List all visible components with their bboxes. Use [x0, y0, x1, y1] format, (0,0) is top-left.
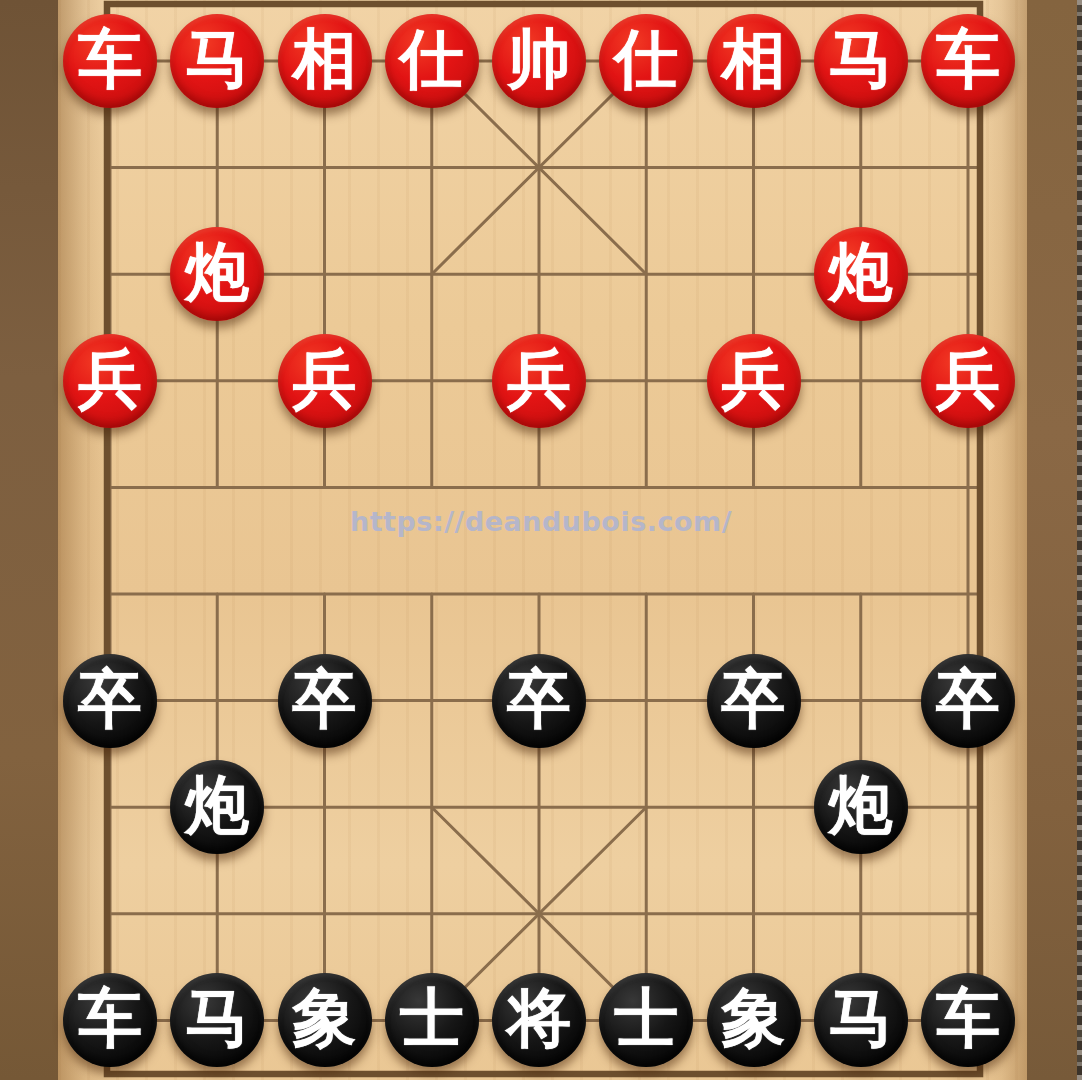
piece-red-soldier-a3[interactable]: 兵 — [63, 334, 157, 428]
piece-glyph: 车 — [78, 27, 142, 91]
piece-glyph: 相 — [293, 27, 357, 91]
piece-red-soldier-g3[interactable]: 兵 — [707, 334, 801, 428]
piece-black-general-e9[interactable]: 将 — [492, 973, 586, 1067]
piece-glyph: 士 — [400, 986, 464, 1050]
piece-glyph: 炮 — [185, 773, 249, 837]
piece-glyph: 士 — [614, 986, 678, 1050]
piece-black-soldier-a6[interactable]: 卒 — [63, 654, 157, 748]
piece-red-advisor-f0[interactable]: 仕 — [599, 14, 693, 108]
piece-glyph: 兵 — [507, 347, 571, 411]
piece-glyph: 兵 — [936, 347, 1000, 411]
piece-red-soldier-c3[interactable]: 兵 — [278, 334, 372, 428]
piece-black-horse-b9[interactable]: 马 — [170, 973, 264, 1067]
piece-glyph: 兵 — [722, 347, 786, 411]
piece-black-soldier-g6[interactable]: 卒 — [707, 654, 801, 748]
pieces-layer: 车马相仕帅仕相马车炮炮兵兵兵兵兵卒卒卒卒卒炮炮车马象士将士象马车 — [0, 0, 1082, 1080]
piece-glyph: 卒 — [936, 667, 1000, 731]
piece-black-horse-h9[interactable]: 马 — [814, 973, 908, 1067]
piece-glyph: 相 — [722, 27, 786, 91]
piece-glyph: 卒 — [78, 667, 142, 731]
piece-glyph: 兵 — [78, 347, 142, 411]
piece-glyph: 将 — [507, 986, 571, 1050]
piece-black-elephant-c9[interactable]: 象 — [278, 973, 372, 1067]
piece-glyph: 卒 — [722, 667, 786, 731]
piece-glyph: 炮 — [829, 240, 893, 304]
piece-black-elephant-g9[interactable]: 象 — [707, 973, 801, 1067]
piece-red-chariot-i0[interactable]: 车 — [921, 14, 1015, 108]
piece-black-cannon-b7[interactable]: 炮 — [170, 760, 264, 854]
piece-black-soldier-i6[interactable]: 卒 — [921, 654, 1015, 748]
piece-black-advisor-f9[interactable]: 士 — [599, 973, 693, 1067]
piece-glyph: 卒 — [293, 667, 357, 731]
piece-red-general-e0[interactable]: 帅 — [492, 14, 586, 108]
piece-glyph: 车 — [78, 986, 142, 1050]
piece-glyph: 帅 — [507, 27, 571, 91]
piece-glyph: 车 — [936, 986, 1000, 1050]
piece-glyph: 仕 — [614, 27, 678, 91]
piece-glyph: 象 — [722, 986, 786, 1050]
piece-glyph: 仕 — [400, 27, 464, 91]
piece-glyph: 马 — [185, 27, 249, 91]
piece-red-advisor-d0[interactable]: 仕 — [385, 14, 479, 108]
piece-glyph: 兵 — [293, 347, 357, 411]
piece-glyph: 象 — [293, 986, 357, 1050]
piece-black-cannon-h7[interactable]: 炮 — [814, 760, 908, 854]
xiangqi-app: https://deandubois.com/ 车马相仕帅仕相马车炮炮兵兵兵兵兵… — [0, 0, 1082, 1080]
right-edge-artifact — [1077, 0, 1082, 1080]
piece-red-horse-b0[interactable]: 马 — [170, 14, 264, 108]
piece-black-chariot-a9[interactable]: 车 — [63, 973, 157, 1067]
piece-black-soldier-c6[interactable]: 卒 — [278, 654, 372, 748]
piece-glyph: 马 — [829, 27, 893, 91]
piece-glyph: 车 — [936, 27, 1000, 91]
piece-red-elephant-c0[interactable]: 相 — [278, 14, 372, 108]
piece-red-chariot-a0[interactable]: 车 — [63, 14, 157, 108]
piece-glyph: 炮 — [185, 240, 249, 304]
piece-black-advisor-d9[interactable]: 士 — [385, 973, 479, 1067]
piece-glyph: 马 — [185, 986, 249, 1050]
piece-red-cannon-b2[interactable]: 炮 — [170, 227, 264, 321]
piece-red-soldier-i3[interactable]: 兵 — [921, 334, 1015, 428]
piece-red-cannon-h2[interactable]: 炮 — [814, 227, 908, 321]
piece-red-elephant-g0[interactable]: 相 — [707, 14, 801, 108]
piece-glyph: 炮 — [829, 773, 893, 837]
piece-red-soldier-e3[interactable]: 兵 — [492, 334, 586, 428]
piece-glyph: 马 — [829, 986, 893, 1050]
piece-red-horse-h0[interactable]: 马 — [814, 14, 908, 108]
piece-black-chariot-i9[interactable]: 车 — [921, 973, 1015, 1067]
piece-black-soldier-e6[interactable]: 卒 — [492, 654, 586, 748]
piece-glyph: 卒 — [507, 667, 571, 731]
